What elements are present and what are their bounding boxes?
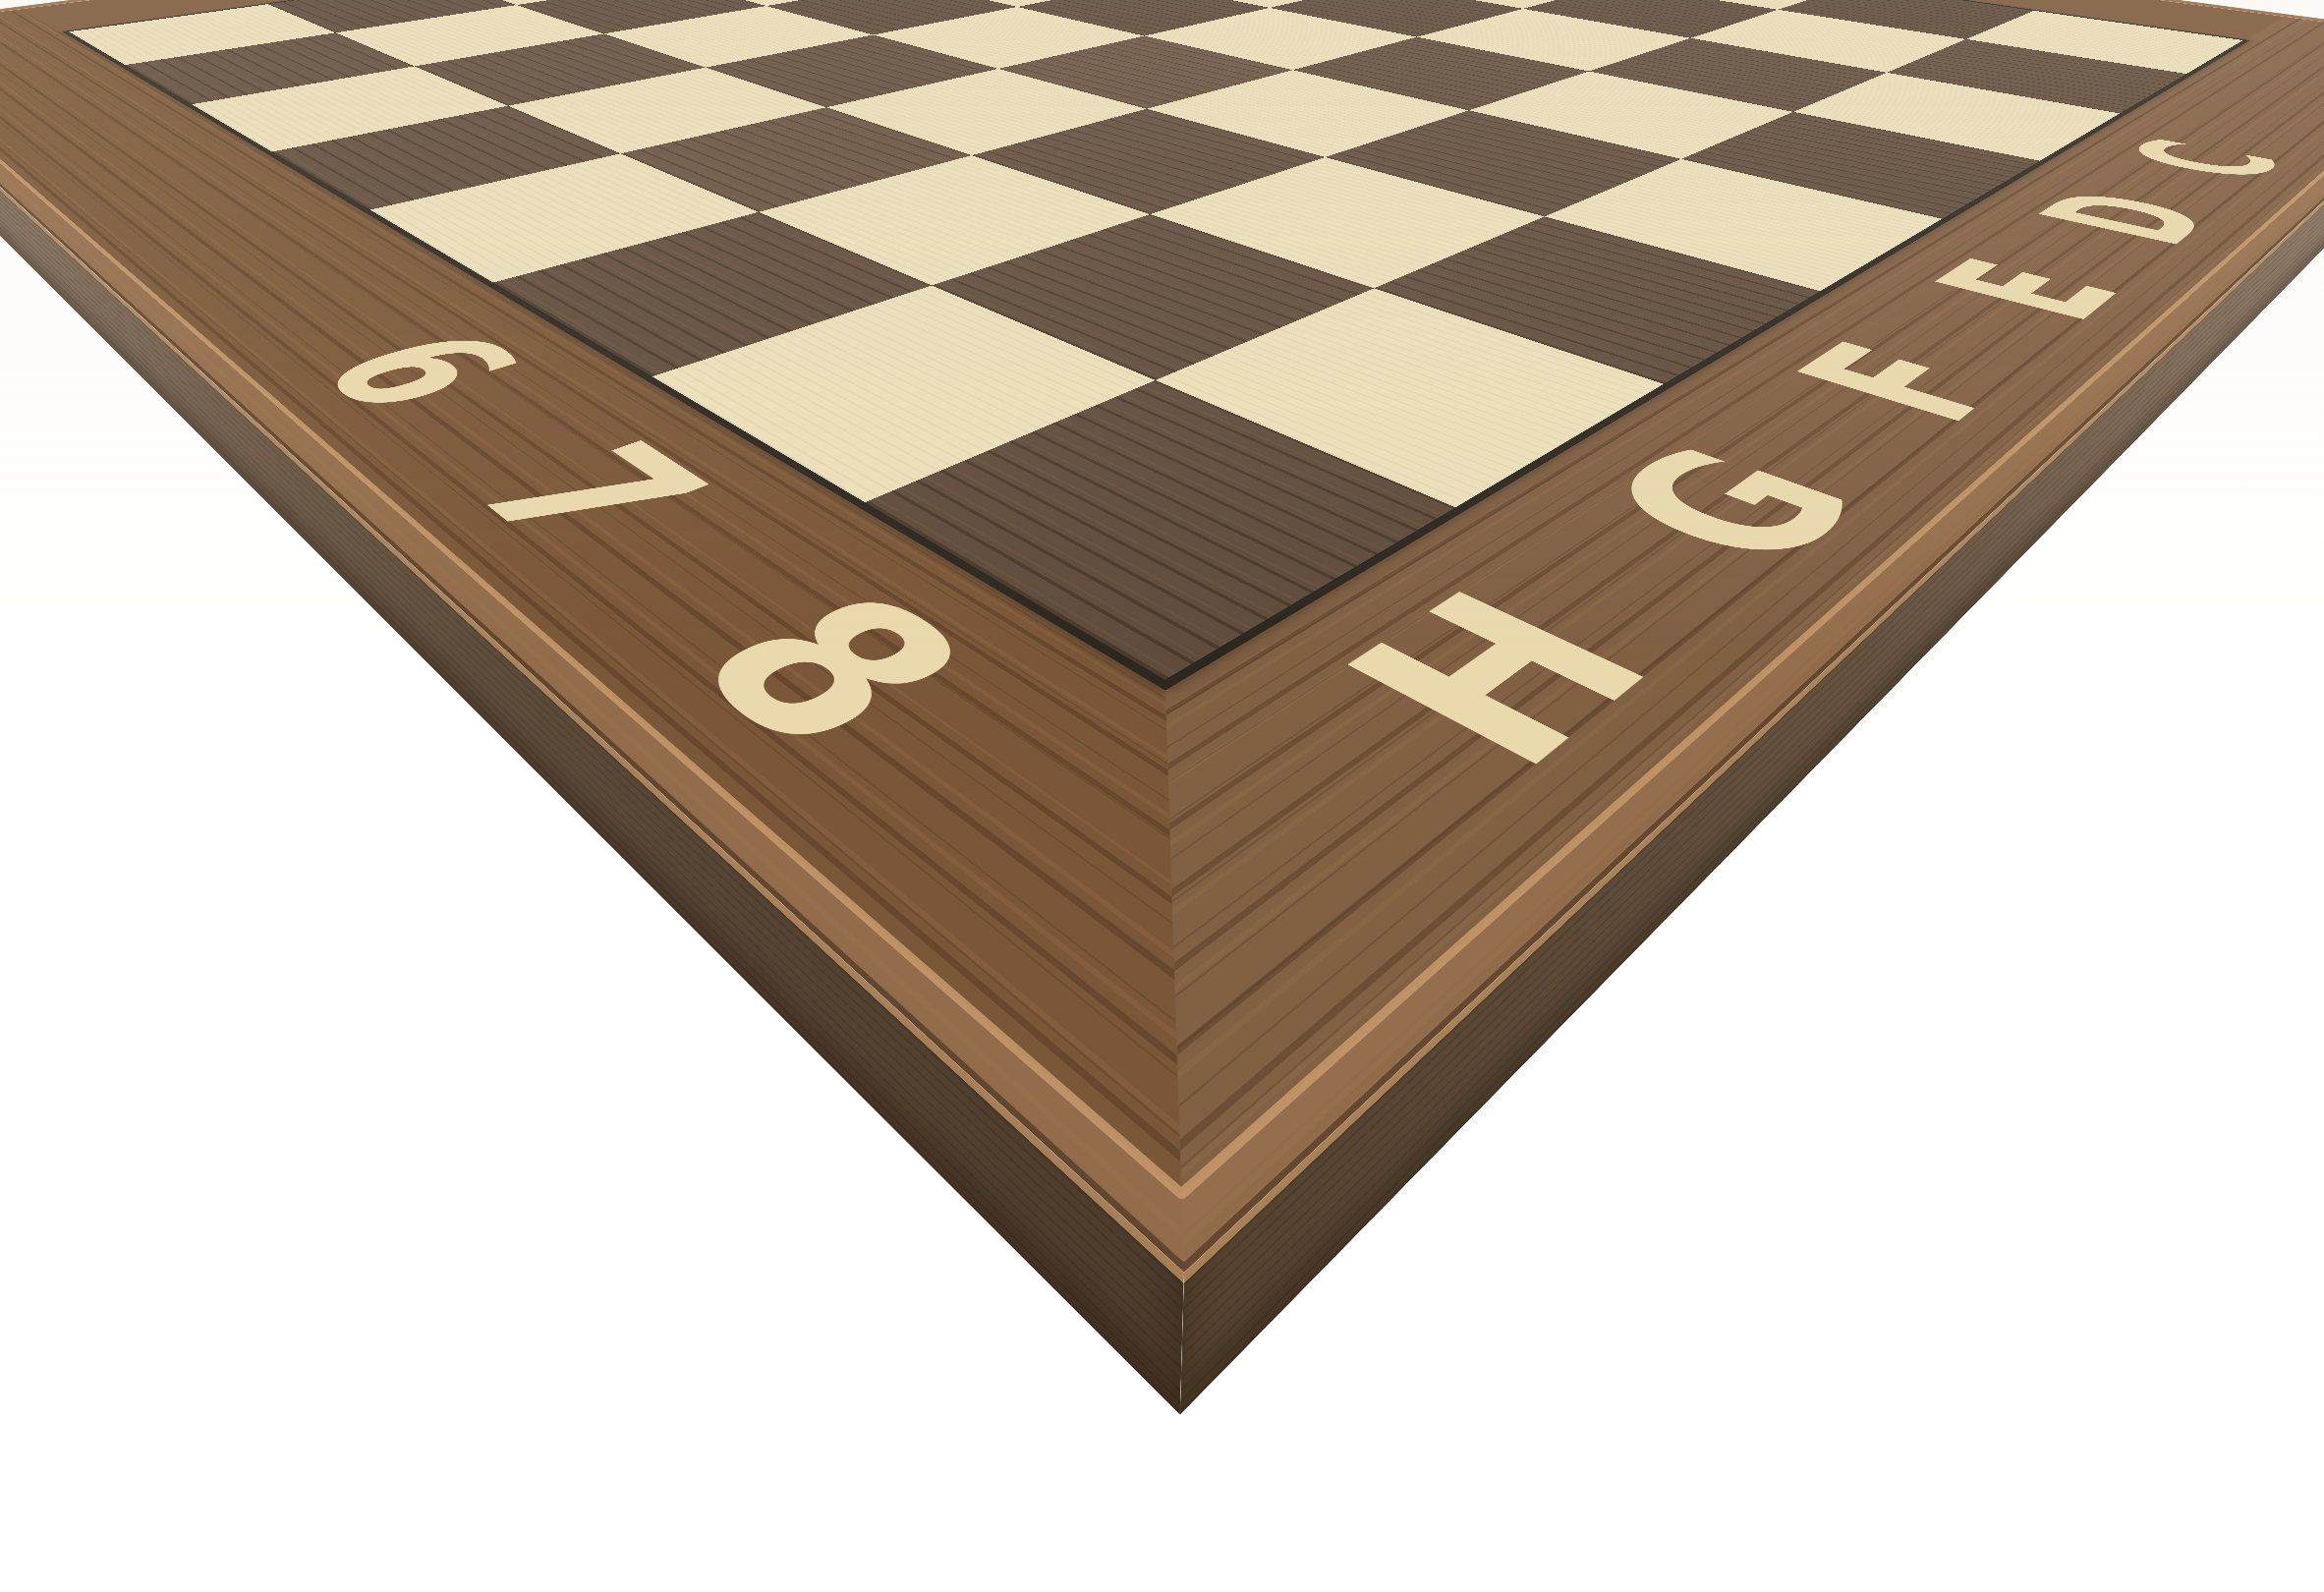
photo-scene: 876HGFEDC [0, 0, 2324, 1592]
chess-board: 876HGFEDC [0, 0, 2324, 1273]
board-top-surface: 876HGFEDC [0, 0, 2324, 1273]
